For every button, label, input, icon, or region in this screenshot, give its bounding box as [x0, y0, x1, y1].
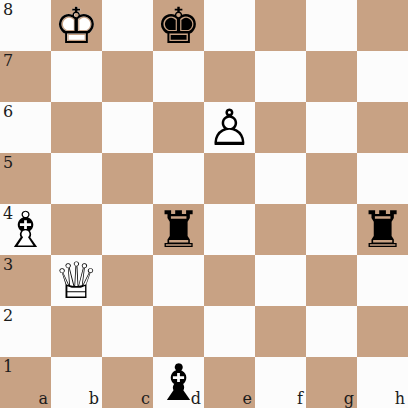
square-f6[interactable] [255, 102, 306, 153]
square-e2[interactable] [204, 306, 255, 357]
square-b3[interactable]: ♛♕ [51, 255, 102, 306]
square-a7[interactable] [0, 51, 51, 102]
black-rook-glyph: ♜ [360, 205, 405, 255]
white-king-glyph: ♔ [54, 1, 99, 51]
square-e1[interactable] [204, 357, 255, 408]
piece-black-king-d8[interactable]: ♚ [156, 1, 201, 51]
square-f2[interactable] [255, 306, 306, 357]
square-g2[interactable] [306, 306, 357, 357]
piece-white-bishop-a4[interactable]: ♝♗ [3, 205, 48, 255]
square-a3[interactable] [0, 255, 51, 306]
square-g3[interactable] [306, 255, 357, 306]
square-h1[interactable] [357, 357, 408, 408]
black-rook-glyph: ♜ [156, 205, 201, 255]
square-e8[interactable] [204, 0, 255, 51]
square-g5[interactable] [306, 153, 357, 204]
square-e4[interactable] [204, 204, 255, 255]
square-f8[interactable] [255, 0, 306, 51]
square-a4[interactable]: ♝♗ [0, 204, 51, 255]
square-f3[interactable] [255, 255, 306, 306]
square-d4[interactable]: ♜ [153, 204, 204, 255]
square-c7[interactable] [102, 51, 153, 102]
square-b4[interactable] [51, 204, 102, 255]
square-c5[interactable] [102, 153, 153, 204]
square-d5[interactable] [153, 153, 204, 204]
square-b2[interactable] [51, 306, 102, 357]
square-h6[interactable] [357, 102, 408, 153]
square-d1[interactable]: ♝ [153, 357, 204, 408]
white-bishop-glyph: ♗ [3, 205, 48, 255]
square-a1[interactable] [0, 357, 51, 408]
square-f7[interactable] [255, 51, 306, 102]
square-h2[interactable] [357, 306, 408, 357]
square-d3[interactable] [153, 255, 204, 306]
black-king-glyph: ♚ [156, 1, 201, 51]
square-h5[interactable] [357, 153, 408, 204]
square-h7[interactable] [357, 51, 408, 102]
square-e3[interactable] [204, 255, 255, 306]
square-h8[interactable] [357, 0, 408, 51]
piece-black-rook-d4[interactable]: ♜ [156, 205, 201, 255]
piece-white-king-b8[interactable]: ♚♔ [54, 1, 99, 51]
square-g6[interactable] [306, 102, 357, 153]
square-c4[interactable] [102, 204, 153, 255]
square-b6[interactable] [51, 102, 102, 153]
square-g8[interactable] [306, 0, 357, 51]
white-pawn-glyph: ♙ [207, 103, 252, 153]
square-g7[interactable] [306, 51, 357, 102]
square-c2[interactable] [102, 306, 153, 357]
square-c8[interactable] [102, 0, 153, 51]
square-c1[interactable] [102, 357, 153, 408]
square-f4[interactable] [255, 204, 306, 255]
square-c6[interactable] [102, 102, 153, 153]
square-a6[interactable] [0, 102, 51, 153]
square-e5[interactable] [204, 153, 255, 204]
square-b8[interactable]: ♚♔ [51, 0, 102, 51]
square-a5[interactable] [0, 153, 51, 204]
square-g1[interactable] [306, 357, 357, 408]
square-h3[interactable] [357, 255, 408, 306]
white-queen-glyph: ♕ [54, 256, 99, 306]
square-d6[interactable] [153, 102, 204, 153]
square-g4[interactable] [306, 204, 357, 255]
square-a8[interactable] [0, 0, 51, 51]
piece-white-queen-b3[interactable]: ♛♕ [54, 256, 99, 306]
square-a2[interactable] [0, 306, 51, 357]
square-c3[interactable] [102, 255, 153, 306]
piece-white-pawn-e6[interactable]: ♟♙ [207, 103, 252, 153]
square-b7[interactable] [51, 51, 102, 102]
square-e6[interactable]: ♟♙ [204, 102, 255, 153]
square-d2[interactable] [153, 306, 204, 357]
black-bishop-glyph: ♝ [156, 358, 201, 408]
piece-black-bishop-d1[interactable]: ♝ [156, 358, 201, 408]
square-d7[interactable] [153, 51, 204, 102]
square-f1[interactable] [255, 357, 306, 408]
piece-black-rook-h4[interactable]: ♜ [360, 205, 405, 255]
square-b5[interactable] [51, 153, 102, 204]
square-f5[interactable] [255, 153, 306, 204]
chess-board: ♚♔♚♟♙♝♗♜♜♛♕♝87654321abcdefgh [0, 0, 408, 408]
square-e7[interactable] [204, 51, 255, 102]
square-d8[interactable]: ♚ [153, 0, 204, 51]
square-b1[interactable] [51, 357, 102, 408]
square-h4[interactable]: ♜ [357, 204, 408, 255]
